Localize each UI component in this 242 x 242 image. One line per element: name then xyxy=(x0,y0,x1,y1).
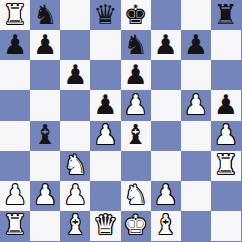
square-c4[interactable] xyxy=(60,121,90,151)
square-h6[interactable] xyxy=(211,60,241,90)
chess-board: ♜♞♛♚♜♟♟♞♟♟♟♟♟♟♟♟♝♟♝♟♞♜♟♟♟♞♟♜♝♛♚♝ xyxy=(0,0,242,242)
square-c1[interactable]: ♝ xyxy=(60,211,90,241)
piece-white-rook[interactable]: ♜ xyxy=(211,151,241,180)
piece-black-pawn[interactable]: ♟ xyxy=(30,30,60,59)
square-d5[interactable]: ♟ xyxy=(90,90,120,120)
piece-black-bishop[interactable]: ♝ xyxy=(30,121,60,150)
square-h8[interactable]: ♜ xyxy=(211,0,241,30)
square-e6[interactable]: ♟ xyxy=(121,60,151,90)
piece-black-pawn[interactable]: ♟ xyxy=(151,30,181,59)
square-c7[interactable] xyxy=(60,30,90,60)
piece-black-pawn[interactable]: ♟ xyxy=(181,30,211,59)
piece-white-pawn[interactable]: ♟ xyxy=(0,181,30,210)
square-g3[interactable] xyxy=(181,151,211,181)
piece-black-pawn[interactable]: ♟ xyxy=(121,60,151,89)
piece-black-bishop[interactable]: ♝ xyxy=(121,121,151,150)
square-f7[interactable]: ♟ xyxy=(151,30,181,60)
square-a1[interactable]: ♜ xyxy=(0,211,30,241)
square-e8[interactable]: ♚ xyxy=(121,0,151,30)
square-a6[interactable] xyxy=(0,60,30,90)
piece-black-pawn[interactable]: ♟ xyxy=(211,90,241,119)
piece-white-queen[interactable]: ♛ xyxy=(90,211,120,240)
piece-white-king[interactable]: ♚ xyxy=(121,211,151,240)
square-f3[interactable] xyxy=(151,151,181,181)
square-h7[interactable] xyxy=(211,30,241,60)
square-c6[interactable]: ♟ xyxy=(60,60,90,90)
square-d3[interactable] xyxy=(90,151,120,181)
square-b6[interactable] xyxy=(30,60,60,90)
square-d8[interactable]: ♛ xyxy=(90,0,120,30)
piece-black-rook[interactable]: ♜ xyxy=(211,0,241,29)
piece-black-queen[interactable]: ♛ xyxy=(90,0,120,29)
square-c5[interactable] xyxy=(60,90,90,120)
square-f8[interactable] xyxy=(151,0,181,30)
piece-black-pawn[interactable]: ♟ xyxy=(0,30,30,59)
square-g5[interactable]: ♟ xyxy=(181,90,211,120)
square-a8[interactable]: ♜ xyxy=(0,0,30,30)
square-h2[interactable] xyxy=(211,181,241,211)
square-a2[interactable]: ♟ xyxy=(0,181,30,211)
chess-board-container: ♜♞♛♚♜♟♟♞♟♟♟♟♟♟♟♟♝♟♝♟♞♜♟♟♟♞♟♜♝♛♚♝ xyxy=(0,0,242,242)
square-d6[interactable] xyxy=(90,60,120,90)
piece-black-knight[interactable]: ♞ xyxy=(30,0,60,29)
square-f1[interactable]: ♝ xyxy=(151,211,181,241)
square-b2[interactable]: ♟ xyxy=(30,181,60,211)
square-a7[interactable]: ♟ xyxy=(0,30,30,60)
piece-white-rook[interactable]: ♜ xyxy=(0,211,30,240)
piece-white-rook[interactable]: ♜ xyxy=(0,0,30,29)
square-h5[interactable]: ♟ xyxy=(211,90,241,120)
square-e3[interactable] xyxy=(121,151,151,181)
square-a5[interactable] xyxy=(0,90,30,120)
square-h3[interactable]: ♜ xyxy=(211,151,241,181)
square-g4[interactable] xyxy=(181,121,211,151)
square-e5[interactable]: ♟ xyxy=(121,90,151,120)
square-f6[interactable] xyxy=(151,60,181,90)
square-c8[interactable] xyxy=(60,0,90,30)
piece-white-bishop[interactable]: ♝ xyxy=(60,211,90,240)
square-e1[interactable]: ♚ xyxy=(121,211,151,241)
piece-black-king[interactable]: ♚ xyxy=(121,0,151,29)
square-g8[interactable] xyxy=(181,0,211,30)
piece-white-pawn[interactable]: ♟ xyxy=(30,181,60,210)
square-b5[interactable] xyxy=(30,90,60,120)
piece-white-knight[interactable]: ♞ xyxy=(60,151,90,180)
square-a4[interactable] xyxy=(0,121,30,151)
square-b4[interactable]: ♝ xyxy=(30,121,60,151)
square-g2[interactable] xyxy=(181,181,211,211)
square-c3[interactable]: ♞ xyxy=(60,151,90,181)
piece-white-pawn[interactable]: ♟ xyxy=(211,121,241,150)
square-d7[interactable] xyxy=(90,30,120,60)
piece-black-knight[interactable]: ♞ xyxy=(121,30,151,59)
piece-white-pawn[interactable]: ♟ xyxy=(90,121,120,150)
piece-black-pawn[interactable]: ♟ xyxy=(60,60,90,89)
square-f2[interactable]: ♟ xyxy=(151,181,181,211)
square-b8[interactable]: ♞ xyxy=(30,0,60,30)
square-g7[interactable]: ♟ xyxy=(181,30,211,60)
square-h4[interactable]: ♟ xyxy=(211,121,241,151)
square-f5[interactable] xyxy=(151,90,181,120)
square-b1[interactable] xyxy=(30,211,60,241)
piece-black-pawn[interactable]: ♟ xyxy=(90,90,120,119)
square-g1[interactable] xyxy=(181,211,211,241)
square-e2[interactable]: ♞ xyxy=(121,181,151,211)
square-d1[interactable]: ♛ xyxy=(90,211,120,241)
piece-white-knight[interactable]: ♞ xyxy=(121,181,151,210)
square-c2[interactable]: ♟ xyxy=(60,181,90,211)
square-b3[interactable] xyxy=(30,151,60,181)
square-e4[interactable]: ♝ xyxy=(121,121,151,151)
piece-white-pawn[interactable]: ♟ xyxy=(121,90,151,119)
piece-white-pawn[interactable]: ♟ xyxy=(151,181,181,210)
square-b7[interactable]: ♟ xyxy=(30,30,60,60)
square-f4[interactable] xyxy=(151,121,181,151)
square-d2[interactable] xyxy=(90,181,120,211)
piece-white-bishop[interactable]: ♝ xyxy=(151,211,181,240)
piece-white-pawn[interactable]: ♟ xyxy=(181,90,211,119)
square-d4[interactable]: ♟ xyxy=(90,121,120,151)
square-a3[interactable] xyxy=(0,151,30,181)
square-h1[interactable] xyxy=(211,211,241,241)
piece-white-pawn[interactable]: ♟ xyxy=(60,181,90,210)
square-g6[interactable] xyxy=(181,60,211,90)
square-e7[interactable]: ♞ xyxy=(121,30,151,60)
